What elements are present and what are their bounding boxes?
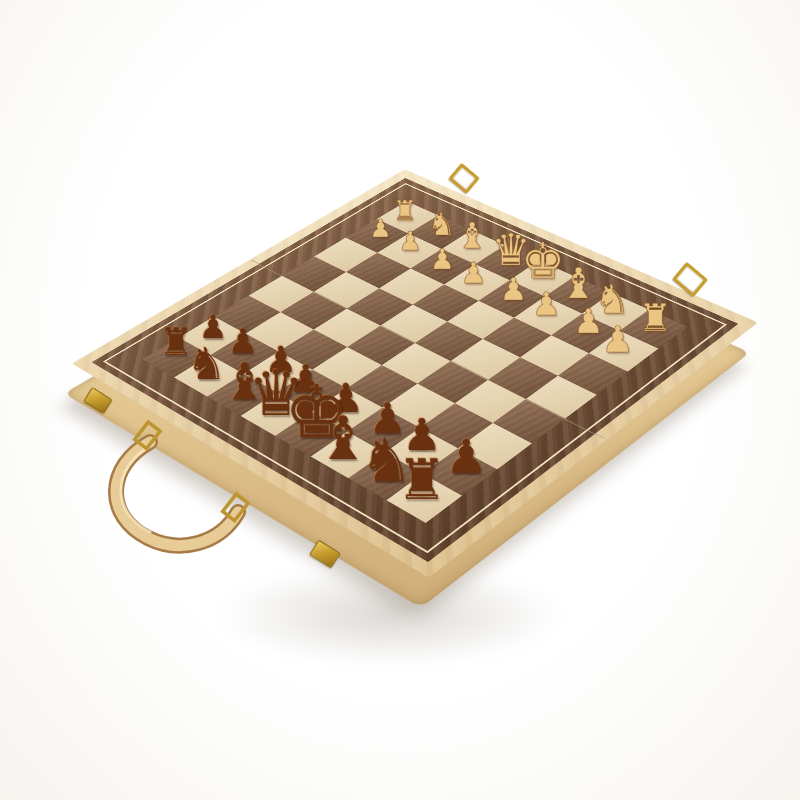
product-photo: ♜♞♟♝♟♛♟♚♟♝♟♞♟♜♟♟♟♟♜♟♞♟♝♟♛♟♚♟♝♟♞♜ — [0, 0, 800, 800]
carry-handle — [80, 412, 300, 592]
